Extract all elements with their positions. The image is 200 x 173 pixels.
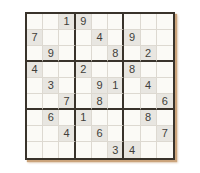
sudoku-cell-r1c6[interactable] [108, 14, 124, 30]
sudoku-cell-r7c1[interactable] [27, 110, 43, 126]
sudoku-cell-r7c8[interactable]: 8 [141, 110, 157, 126]
sudoku-cell-r3c4[interactable] [76, 46, 92, 62]
sudoku-cell-r2c7[interactable]: 9 [124, 30, 140, 46]
sudoku-cell-r7c3[interactable] [59, 110, 75, 126]
sudoku-cell-r5c7[interactable] [124, 78, 140, 94]
sudoku-cell-r7c9[interactable] [157, 110, 173, 126]
sudoku-cell-r4c6[interactable] [108, 62, 124, 78]
sudoku-cell-r1c4[interactable]: 9 [76, 14, 92, 30]
sudoku-cell-r1c3[interactable]: 1 [59, 14, 75, 30]
sudoku-cell-r8c9[interactable]: 7 [157, 126, 173, 142]
sudoku-cell-r1c8[interactable] [141, 14, 157, 30]
sudoku-grid: 19749982428391478661846734 [27, 14, 173, 158]
sudoku-cell-r5c1[interactable] [27, 78, 43, 94]
sudoku-cell-r9c9[interactable] [157, 142, 173, 158]
sudoku-cell-r7c7[interactable] [124, 110, 140, 126]
sudoku-cell-r4c4[interactable]: 2 [76, 62, 92, 78]
sudoku-cell-r6c8[interactable] [141, 94, 157, 110]
sudoku-cell-r2c4[interactable] [76, 30, 92, 46]
sudoku-board: 19749982428391478661846734 [25, 12, 175, 160]
sudoku-cell-r9c1[interactable] [27, 142, 43, 158]
sudoku-cell-r3c2[interactable]: 9 [43, 46, 59, 62]
sudoku-cell-r4c3[interactable] [59, 62, 75, 78]
sudoku-cell-r2c6[interactable] [108, 30, 124, 46]
sudoku-cell-r4c8[interactable] [141, 62, 157, 78]
sudoku-cell-r1c7[interactable] [124, 14, 140, 30]
sudoku-cell-r1c2[interactable] [43, 14, 59, 30]
sudoku-cell-r9c2[interactable] [43, 142, 59, 158]
sudoku-cell-r2c9[interactable] [157, 30, 173, 46]
sudoku-cell-r5c6[interactable]: 1 [108, 78, 124, 94]
sudoku-cell-r6c6[interactable] [108, 94, 124, 110]
sudoku-cell-r3c1[interactable] [27, 46, 43, 62]
sudoku-cell-r2c8[interactable] [141, 30, 157, 46]
sudoku-cell-r7c4[interactable]: 1 [76, 110, 92, 126]
sudoku-cell-r8c3[interactable]: 4 [59, 126, 75, 142]
sudoku-cell-r8c2[interactable] [43, 126, 59, 142]
sudoku-cell-r5c2[interactable]: 3 [43, 78, 59, 94]
sudoku-cell-r8c4[interactable] [76, 126, 92, 142]
sudoku-cell-r7c2[interactable]: 6 [43, 110, 59, 126]
sudoku-cell-r8c7[interactable] [124, 126, 140, 142]
sudoku-cell-r3c5[interactable] [92, 46, 108, 62]
sudoku-cell-r4c5[interactable] [92, 62, 108, 78]
sudoku-cell-r1c9[interactable] [157, 14, 173, 30]
sudoku-cell-r2c1[interactable]: 7 [27, 30, 43, 46]
sudoku-cell-r8c8[interactable] [141, 126, 157, 142]
sudoku-cell-r4c2[interactable] [43, 62, 59, 78]
sudoku-cell-r9c6[interactable]: 3 [108, 142, 124, 158]
sudoku-cell-r9c4[interactable] [76, 142, 92, 158]
sudoku-cell-r9c5[interactable] [92, 142, 108, 158]
sudoku-cell-r9c3[interactable] [59, 142, 75, 158]
sudoku-cell-r5c4[interactable] [76, 78, 92, 94]
sudoku-cell-r4c7[interactable]: 8 [124, 62, 140, 78]
sudoku-cell-r8c5[interactable]: 6 [92, 126, 108, 142]
sudoku-cell-r8c6[interactable] [108, 126, 124, 142]
sudoku-cell-r4c1[interactable]: 4 [27, 62, 43, 78]
sudoku-cell-r4c9[interactable] [157, 62, 173, 78]
sudoku-cell-r3c9[interactable] [157, 46, 173, 62]
sudoku-cell-r7c6[interactable] [108, 110, 124, 126]
sudoku-cell-r6c4[interactable] [76, 94, 92, 110]
sudoku-cell-r3c8[interactable]: 2 [141, 46, 157, 62]
sudoku-cell-r2c3[interactable] [59, 30, 75, 46]
sudoku-cell-r5c5[interactable]: 9 [92, 78, 108, 94]
sudoku-cell-r5c9[interactable] [157, 78, 173, 94]
sudoku-cell-r6c5[interactable]: 8 [92, 94, 108, 110]
sudoku-cell-r1c1[interactable] [27, 14, 43, 30]
sudoku-cell-r3c3[interactable] [59, 46, 75, 62]
sudoku-cell-r3c7[interactable] [124, 46, 140, 62]
sudoku-cell-r9c8[interactable] [141, 142, 157, 158]
sudoku-cell-r6c7[interactable] [124, 94, 140, 110]
sudoku-cell-r7c5[interactable] [92, 110, 108, 126]
sudoku-cell-r9c7[interactable]: 4 [124, 142, 140, 158]
sudoku-cell-r3c6[interactable]: 8 [108, 46, 124, 62]
sudoku-cell-r5c8[interactable]: 4 [141, 78, 157, 94]
sudoku-cell-r6c2[interactable] [43, 94, 59, 110]
sudoku-cell-r6c9[interactable]: 6 [157, 94, 173, 110]
sudoku-cell-r6c1[interactable] [27, 94, 43, 110]
sudoku-cell-r6c3[interactable]: 7 [59, 94, 75, 110]
sudoku-cell-r2c2[interactable] [43, 30, 59, 46]
sudoku-cell-r5c3[interactable] [59, 78, 75, 94]
sudoku-cell-r8c1[interactable] [27, 126, 43, 142]
sudoku-cell-r1c5[interactable] [92, 14, 108, 30]
sudoku-cell-r2c5[interactable]: 4 [92, 30, 108, 46]
